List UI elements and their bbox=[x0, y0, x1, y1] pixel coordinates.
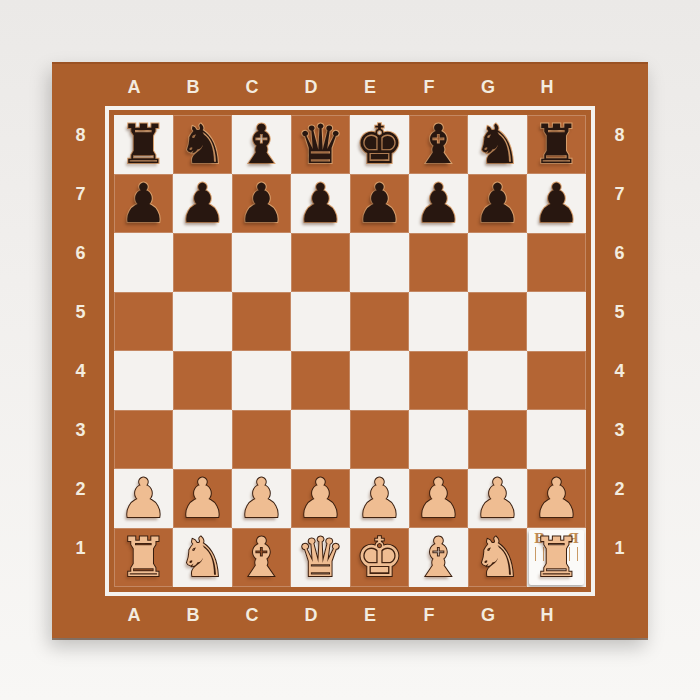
piece-white-pawn: ♟ bbox=[473, 469, 521, 528]
file-labels-top: ABCDEFGH bbox=[56, 68, 644, 106]
rank-label-1: 1 bbox=[56, 538, 105, 559]
square-c3[interactable] bbox=[232, 410, 291, 469]
chess-board: ABCDEFGH 87654321 ♜♞♝♛♚♝♞♜♟♟♟♟♟♟♟♟♟♟♟♟♟♟… bbox=[52, 62, 648, 638]
square-g1[interactable]: ♞ bbox=[468, 528, 527, 587]
piece-white-pawn: ♟ bbox=[237, 469, 285, 528]
square-f6[interactable] bbox=[409, 233, 468, 292]
square-d7[interactable]: ♟ bbox=[291, 174, 350, 233]
file-label-d: D bbox=[282, 605, 341, 626]
square-c8[interactable]: ♝ bbox=[232, 115, 291, 174]
piece-black-pawn: ♟ bbox=[414, 174, 462, 233]
rank-label-2: 2 bbox=[595, 479, 644, 500]
square-c7[interactable]: ♟ bbox=[232, 174, 291, 233]
square-f3[interactable] bbox=[409, 410, 468, 469]
piece-black-pawn: ♟ bbox=[119, 174, 167, 233]
rank-label-3: 3 bbox=[56, 420, 105, 441]
square-a5[interactable] bbox=[114, 292, 173, 351]
piece-white-bishop: ♝ bbox=[237, 528, 285, 587]
piece-white-bishop: ♝ bbox=[414, 528, 462, 587]
file-label-e: E bbox=[341, 605, 400, 626]
square-e8[interactable]: ♚ bbox=[350, 115, 409, 174]
piece-white-pawn: ♟ bbox=[119, 469, 167, 528]
square-b8[interactable]: ♞ bbox=[173, 115, 232, 174]
square-g7[interactable]: ♟ bbox=[468, 174, 527, 233]
square-h7[interactable]: ♟ bbox=[527, 174, 586, 233]
square-g2[interactable]: ♟ bbox=[468, 469, 527, 528]
square-e7[interactable]: ♟ bbox=[350, 174, 409, 233]
square-g8[interactable]: ♞ bbox=[468, 115, 527, 174]
square-b3[interactable] bbox=[173, 410, 232, 469]
piece-black-pawn: ♟ bbox=[473, 174, 521, 233]
square-b7[interactable]: ♟ bbox=[173, 174, 232, 233]
file-label-e: E bbox=[341, 77, 400, 98]
square-d1[interactable]: ♛ bbox=[291, 528, 350, 587]
square-g6[interactable] bbox=[468, 233, 527, 292]
square-f8[interactable]: ♝ bbox=[409, 115, 468, 174]
piece-white-queen: ♛ bbox=[296, 528, 344, 587]
square-a3[interactable] bbox=[114, 410, 173, 469]
piece-white-pawn: ♟ bbox=[355, 469, 403, 528]
piece-black-pawn: ♟ bbox=[237, 174, 285, 233]
rank-label-4: 4 bbox=[56, 361, 105, 382]
square-d5[interactable] bbox=[291, 292, 350, 351]
file-label-b: B bbox=[164, 605, 223, 626]
rank-label-7: 7 bbox=[595, 184, 644, 205]
file-label-c: C bbox=[223, 77, 282, 98]
piece-white-rook: ♜ bbox=[532, 528, 580, 587]
square-b5[interactable] bbox=[173, 292, 232, 351]
file-label-h: H bbox=[518, 77, 577, 98]
file-labels-bottom: ABCDEFGH bbox=[56, 596, 644, 634]
file-label-f: F bbox=[400, 77, 459, 98]
square-h4[interactable] bbox=[527, 351, 586, 410]
piece-white-rook: ♜ bbox=[119, 528, 167, 587]
piece-black-pawn: ♟ bbox=[178, 174, 226, 233]
piece-black-knight: ♞ bbox=[178, 115, 226, 174]
piece-black-rook: ♜ bbox=[532, 115, 580, 174]
rank-label-6: 6 bbox=[56, 243, 105, 264]
square-e4[interactable] bbox=[350, 351, 409, 410]
piece-black-pawn: ♟ bbox=[296, 174, 344, 233]
square-a4[interactable] bbox=[114, 351, 173, 410]
square-b4[interactable] bbox=[173, 351, 232, 410]
square-g5[interactable] bbox=[468, 292, 527, 351]
file-label-f: F bbox=[400, 605, 459, 626]
square-c5[interactable] bbox=[232, 292, 291, 351]
square-f2[interactable]: ♟ bbox=[409, 469, 468, 528]
square-f7[interactable]: ♟ bbox=[409, 174, 468, 233]
piece-white-king: ♚ bbox=[355, 528, 403, 587]
square-e3[interactable] bbox=[350, 410, 409, 469]
square-e1[interactable]: ♚ bbox=[350, 528, 409, 587]
piece-white-pawn: ♟ bbox=[178, 469, 226, 528]
file-label-c: C bbox=[223, 605, 282, 626]
file-label-b: B bbox=[164, 77, 223, 98]
file-label-g: G bbox=[459, 77, 518, 98]
file-label-a: A bbox=[105, 77, 164, 98]
piece-black-pawn: ♟ bbox=[532, 174, 580, 233]
square-a2[interactable]: ♟ bbox=[114, 469, 173, 528]
piece-white-knight: ♞ bbox=[178, 528, 226, 587]
square-a8[interactable]: ♜ bbox=[114, 115, 173, 174]
rank-labels-left: 87654321 bbox=[56, 106, 105, 596]
rank-label-4: 4 bbox=[595, 361, 644, 382]
square-f1[interactable]: ♝ bbox=[409, 528, 468, 587]
square-f5[interactable] bbox=[409, 292, 468, 351]
rank-label-2: 2 bbox=[56, 479, 105, 500]
piece-white-pawn: ♟ bbox=[414, 469, 462, 528]
file-label-h: H bbox=[518, 605, 577, 626]
piece-black-king: ♚ bbox=[355, 115, 403, 174]
square-a1[interactable]: ♜ bbox=[114, 528, 173, 587]
rank-label-7: 7 bbox=[56, 184, 105, 205]
square-h6[interactable] bbox=[527, 233, 586, 292]
square-h5[interactable] bbox=[527, 292, 586, 351]
rank-labels-right: 87654321 bbox=[595, 106, 644, 596]
piece-black-bishop: ♝ bbox=[237, 115, 285, 174]
piece-black-rook: ♜ bbox=[119, 115, 167, 174]
square-b2[interactable]: ♟ bbox=[173, 469, 232, 528]
square-h2[interactable]: ♟ bbox=[527, 469, 586, 528]
file-label-d: D bbox=[282, 77, 341, 98]
file-label-g: G bbox=[459, 605, 518, 626]
square-d8[interactable]: ♛ bbox=[291, 115, 350, 174]
square-g3[interactable] bbox=[468, 410, 527, 469]
piece-white-knight: ♞ bbox=[473, 528, 521, 587]
piece-black-bishop: ♝ bbox=[414, 115, 462, 174]
square-a7[interactable]: ♟ bbox=[114, 174, 173, 233]
file-label-a: A bbox=[105, 605, 164, 626]
square-f4[interactable] bbox=[409, 351, 468, 410]
piece-white-pawn: ♟ bbox=[532, 469, 580, 528]
piece-black-queen: ♛ bbox=[296, 115, 344, 174]
square-c2[interactable]: ♟ bbox=[232, 469, 291, 528]
square-c4[interactable] bbox=[232, 351, 291, 410]
rank-label-5: 5 bbox=[56, 302, 105, 323]
rank-label-1: 1 bbox=[595, 538, 644, 559]
square-d4[interactable] bbox=[291, 351, 350, 410]
square-h8[interactable]: ♜ bbox=[527, 115, 586, 174]
rank-label-5: 5 bbox=[595, 302, 644, 323]
square-g4[interactable] bbox=[468, 351, 527, 410]
square-a6[interactable] bbox=[114, 233, 173, 292]
square-b1[interactable]: ♞ bbox=[173, 528, 232, 587]
square-c6[interactable] bbox=[232, 233, 291, 292]
square-b6[interactable] bbox=[173, 233, 232, 292]
rank-label-8: 8 bbox=[595, 125, 644, 146]
square-h3[interactable] bbox=[527, 410, 586, 469]
square-c1[interactable]: ♝ bbox=[232, 528, 291, 587]
piece-white-pawn: ♟ bbox=[296, 469, 344, 528]
rank-label-6: 6 bbox=[595, 243, 644, 264]
board-grid: ♜♞♝♛♚♝♞♜♟♟♟♟♟♟♟♟♟♟♟♟♟♟♟♟♜♞♝♛♚♝♞ВЯ♜ bbox=[114, 115, 586, 587]
square-d2[interactable]: ♟ bbox=[291, 469, 350, 528]
piece-black-pawn: ♟ bbox=[355, 174, 403, 233]
piece-black-knight: ♞ bbox=[473, 115, 521, 174]
rank-label-3: 3 bbox=[595, 420, 644, 441]
square-d3[interactable] bbox=[291, 410, 350, 469]
board-inner-frame: ♜♞♝♛♚♝♞♜♟♟♟♟♟♟♟♟♟♟♟♟♟♟♟♟♜♞♝♛♚♝♞ВЯ♜ bbox=[105, 106, 595, 596]
square-e5[interactable] bbox=[350, 292, 409, 351]
square-d6[interactable] bbox=[291, 233, 350, 292]
square-e6[interactable] bbox=[350, 233, 409, 292]
rank-label-8: 8 bbox=[56, 125, 105, 146]
square-h1[interactable]: ВЯ♜ bbox=[527, 528, 586, 587]
square-e2[interactable]: ♟ bbox=[350, 469, 409, 528]
